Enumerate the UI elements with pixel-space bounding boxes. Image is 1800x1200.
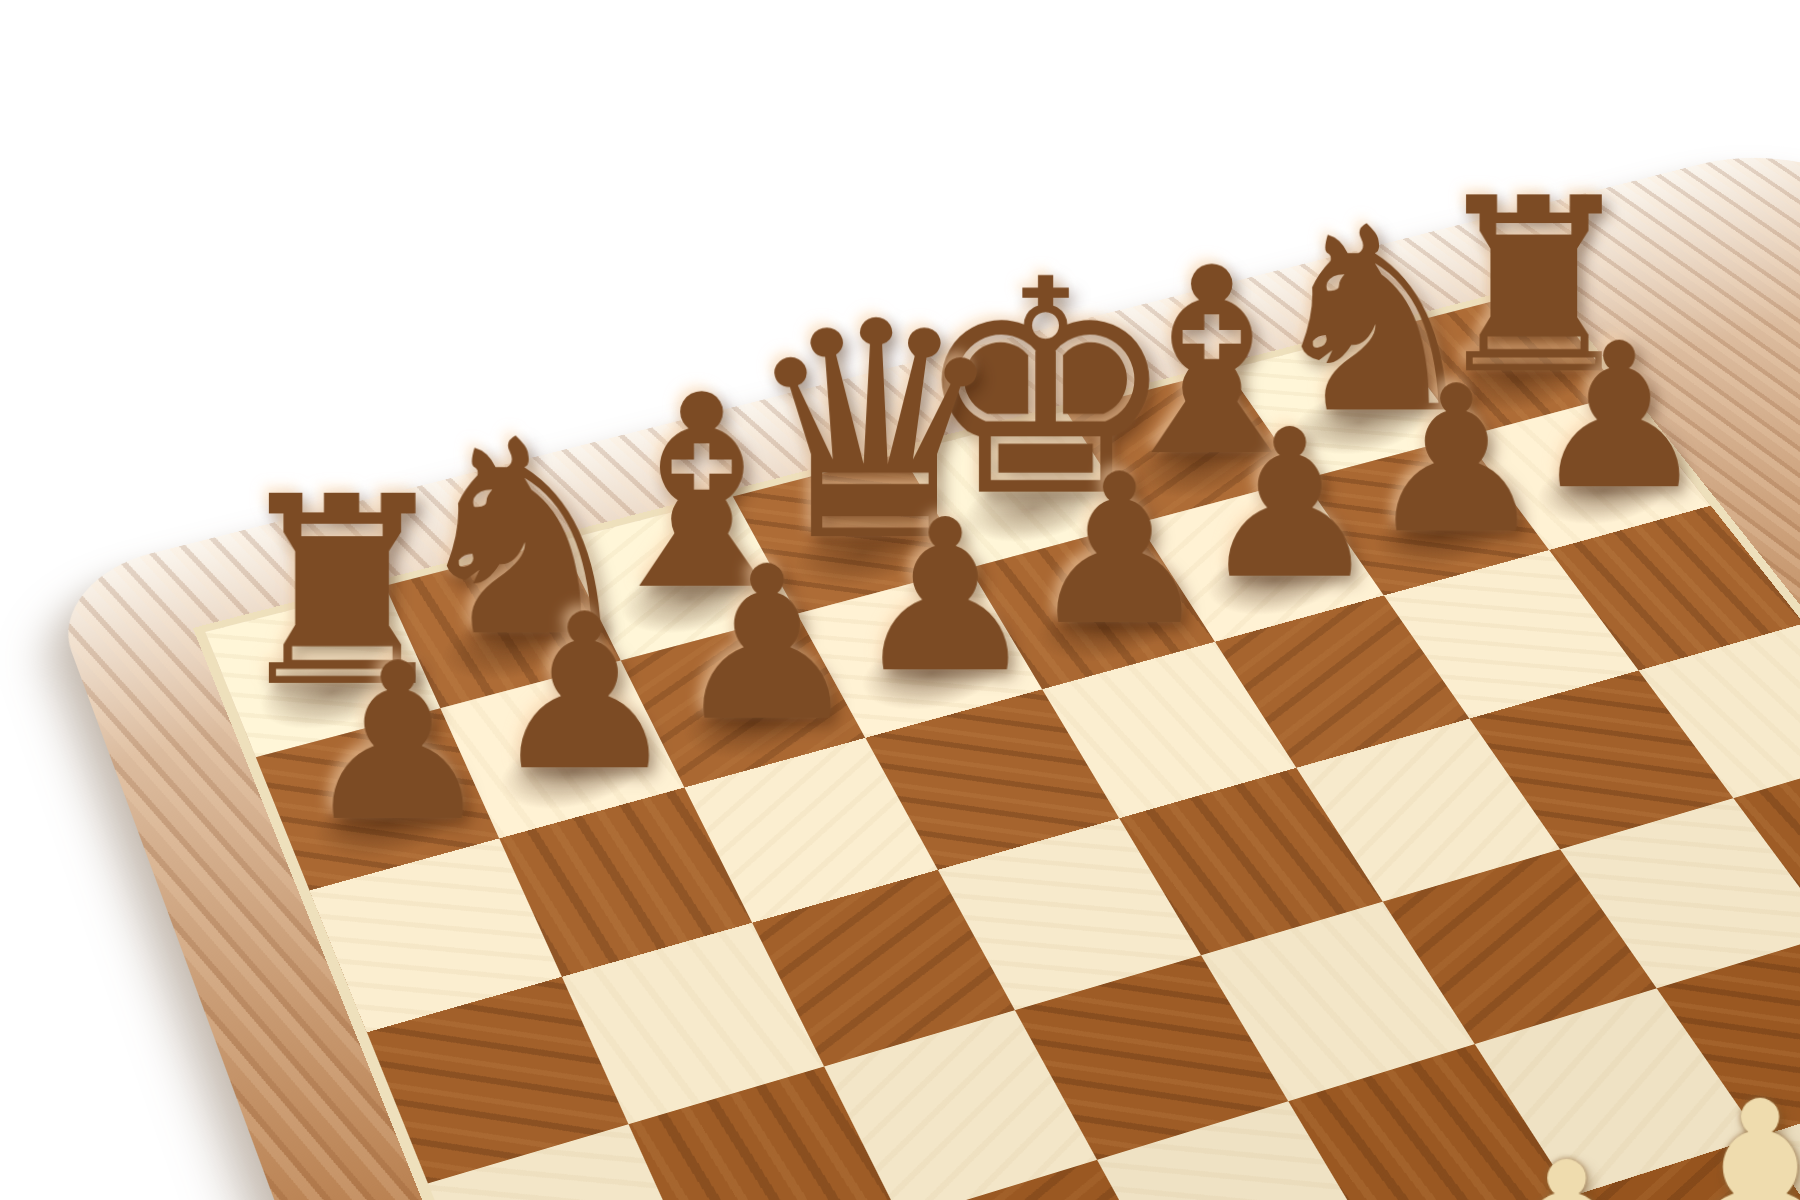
white-king-e1[interactable]: ♚ (1509, 1192, 1800, 1200)
black-pawn-e7[interactable]: ♟ (1026, 452, 1212, 649)
black-pawn-c7[interactable]: ♟ (672, 544, 862, 746)
black-pawn-f7[interactable]: ♟ (1198, 408, 1382, 603)
board-squares-grid: ♜♞♝♛♚♝♞♜♟♟♟♟♟♟♟♟♟♟♟♟♟♟♟♟♜♞♝♛♚♝♞♜ (193, 282, 1800, 1200)
black-pawn-g7[interactable]: ♟ (1365, 365, 1547, 558)
chess-board: ♜♞♝♛♚♝♞♜♟♟♟♟♟♟♟♟♟♟♟♟♟♟♟♟♜♞♝♛♚♝♞♜ (45, 131, 1800, 1200)
black-pawn-b7[interactable]: ♟ (488, 592, 681, 796)
board-photo-scene: ♜♞♝♛♚♝♞♜♟♟♟♟♟♟♟♟♟♟♟♟♟♟♟♟♜♞♝♛♚♝♞♜ (0, 0, 1800, 1200)
black-pawn-a7[interactable]: ♟ (300, 640, 495, 846)
board-frame: ♜♞♝♛♚♝♞♜♟♟♟♟♟♟♟♟♟♟♟♟♟♟♟♟♜♞♝♛♚♝♞♜ (45, 131, 1800, 1200)
perspective-viewport: ♜♞♝♛♚♝♞♜♟♟♟♟♟♟♟♟♟♟♟♟♟♟♟♟♜♞♝♛♚♝♞♜ (0, 0, 1800, 1200)
black-pawn-d7[interactable]: ♟ (851, 498, 1039, 697)
black-pawn-h7[interactable]: ♟ (1529, 322, 1709, 513)
